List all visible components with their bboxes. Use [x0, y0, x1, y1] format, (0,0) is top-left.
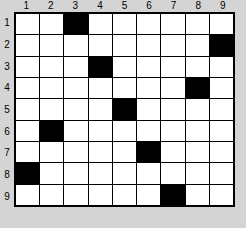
- grid-cell[interactable]: [16, 14, 39, 34]
- grid-cell[interactable]: [40, 163, 63, 183]
- grid-cell[interactable]: [64, 99, 87, 119]
- grid-cell[interactable]: [210, 163, 233, 183]
- grid-cell[interactable]: [16, 99, 39, 119]
- grid-cell[interactable]: [137, 78, 160, 98]
- grid-cell[interactable]: [113, 35, 136, 55]
- grid-cell[interactable]: [64, 185, 87, 205]
- puzzle-screen: 123456789 123456789: [0, 0, 246, 228]
- grid-cell[interactable]: [40, 14, 63, 34]
- grid-cell[interactable]: [137, 99, 160, 119]
- column-label: 5: [112, 0, 137, 12]
- grid-cell[interactable]: [16, 78, 39, 98]
- grid-cell[interactable]: [64, 57, 87, 77]
- grid-cell[interactable]: [161, 35, 184, 55]
- grid-cell[interactable]: [40, 142, 63, 162]
- row-label: 1: [0, 12, 14, 34]
- grid-cell[interactable]: [137, 57, 160, 77]
- grid-cell[interactable]: [113, 121, 136, 141]
- filled-cell[interactable]: [210, 35, 233, 55]
- filled-cell[interactable]: [161, 185, 184, 205]
- grid-cell[interactable]: [161, 78, 184, 98]
- grid-cell[interactable]: [89, 35, 112, 55]
- grid-cell[interactable]: [16, 185, 39, 205]
- grid-cell[interactable]: [210, 57, 233, 77]
- grid-cell[interactable]: [113, 14, 136, 34]
- filled-cell[interactable]: [64, 14, 87, 34]
- grid-cell[interactable]: [16, 57, 39, 77]
- row-label: 6: [0, 120, 14, 142]
- grid-cell[interactable]: [64, 78, 87, 98]
- grid-cell[interactable]: [40, 35, 63, 55]
- row-label: 2: [0, 34, 14, 56]
- filled-cell[interactable]: [186, 78, 209, 98]
- row-labels: 123456789: [0, 12, 14, 207]
- grid-cell[interactable]: [89, 142, 112, 162]
- grid-cell[interactable]: [161, 99, 184, 119]
- grid-cell[interactable]: [186, 142, 209, 162]
- filled-cell[interactable]: [16, 163, 39, 183]
- column-label: 8: [186, 0, 211, 12]
- grid-cell[interactable]: [137, 14, 160, 34]
- grid-cell[interactable]: [210, 121, 233, 141]
- grid-cell[interactable]: [89, 14, 112, 34]
- row-label: 9: [0, 185, 14, 207]
- grid-cell[interactable]: [137, 121, 160, 141]
- grid-cell[interactable]: [64, 121, 87, 141]
- grid-cell[interactable]: [186, 99, 209, 119]
- grid-cell[interactable]: [89, 185, 112, 205]
- grid-cell[interactable]: [137, 163, 160, 183]
- grid-cell[interactable]: [40, 78, 63, 98]
- grid-cell[interactable]: [186, 121, 209, 141]
- column-label: 4: [88, 0, 113, 12]
- grid-cell[interactable]: [89, 78, 112, 98]
- grid-cell[interactable]: [161, 163, 184, 183]
- grid-cell[interactable]: [40, 57, 63, 77]
- grid-cell[interactable]: [186, 163, 209, 183]
- grid-cell[interactable]: [186, 14, 209, 34]
- row-label: 3: [0, 55, 14, 77]
- grid-cell[interactable]: [113, 142, 136, 162]
- column-label: 7: [161, 0, 186, 12]
- column-label: 2: [39, 0, 64, 12]
- column-label: 1: [14, 0, 39, 12]
- grid-cell[interactable]: [210, 78, 233, 98]
- grid-cell[interactable]: [113, 163, 136, 183]
- grid-cell[interactable]: [40, 99, 63, 119]
- grid-cell[interactable]: [161, 121, 184, 141]
- grid-cell[interactable]: [161, 14, 184, 34]
- grid-cell[interactable]: [40, 185, 63, 205]
- filled-cell[interactable]: [40, 121, 63, 141]
- filled-cell[interactable]: [113, 99, 136, 119]
- grid-cell[interactable]: [113, 185, 136, 205]
- grid-cell[interactable]: [186, 57, 209, 77]
- grid-cell[interactable]: [186, 35, 209, 55]
- grid-cell[interactable]: [64, 163, 87, 183]
- puzzle-board: [14, 12, 235, 207]
- column-label: 6: [137, 0, 162, 12]
- row-label: 4: [0, 77, 14, 99]
- grid-cell[interactable]: [16, 121, 39, 141]
- grid-cell[interactable]: [89, 163, 112, 183]
- column-label: 3: [63, 0, 88, 12]
- grid-cell[interactable]: [113, 78, 136, 98]
- grid-cell[interactable]: [64, 142, 87, 162]
- grid-cell[interactable]: [16, 35, 39, 55]
- grid-cell[interactable]: [186, 185, 209, 205]
- grid-cell[interactable]: [161, 142, 184, 162]
- grid-cell[interactable]: [64, 35, 87, 55]
- filled-cell[interactable]: [137, 142, 160, 162]
- grid-cell[interactable]: [161, 57, 184, 77]
- grid-cell[interactable]: [137, 185, 160, 205]
- grid-cell[interactable]: [113, 57, 136, 77]
- grid-cell[interactable]: [89, 121, 112, 141]
- row-label: 5: [0, 99, 14, 121]
- grid-cell[interactable]: [210, 142, 233, 162]
- column-labels: 123456789: [14, 0, 235, 12]
- grid-cell[interactable]: [210, 14, 233, 34]
- grid-cell[interactable]: [16, 142, 39, 162]
- grid-cell[interactable]: [137, 35, 160, 55]
- grid-cell[interactable]: [210, 99, 233, 119]
- row-label: 8: [0, 164, 14, 186]
- filled-cell[interactable]: [89, 57, 112, 77]
- row-label: 7: [0, 142, 14, 164]
- column-label: 9: [210, 0, 235, 12]
- grid-cell[interactable]: [210, 185, 233, 205]
- grid-cell[interactable]: [89, 99, 112, 119]
